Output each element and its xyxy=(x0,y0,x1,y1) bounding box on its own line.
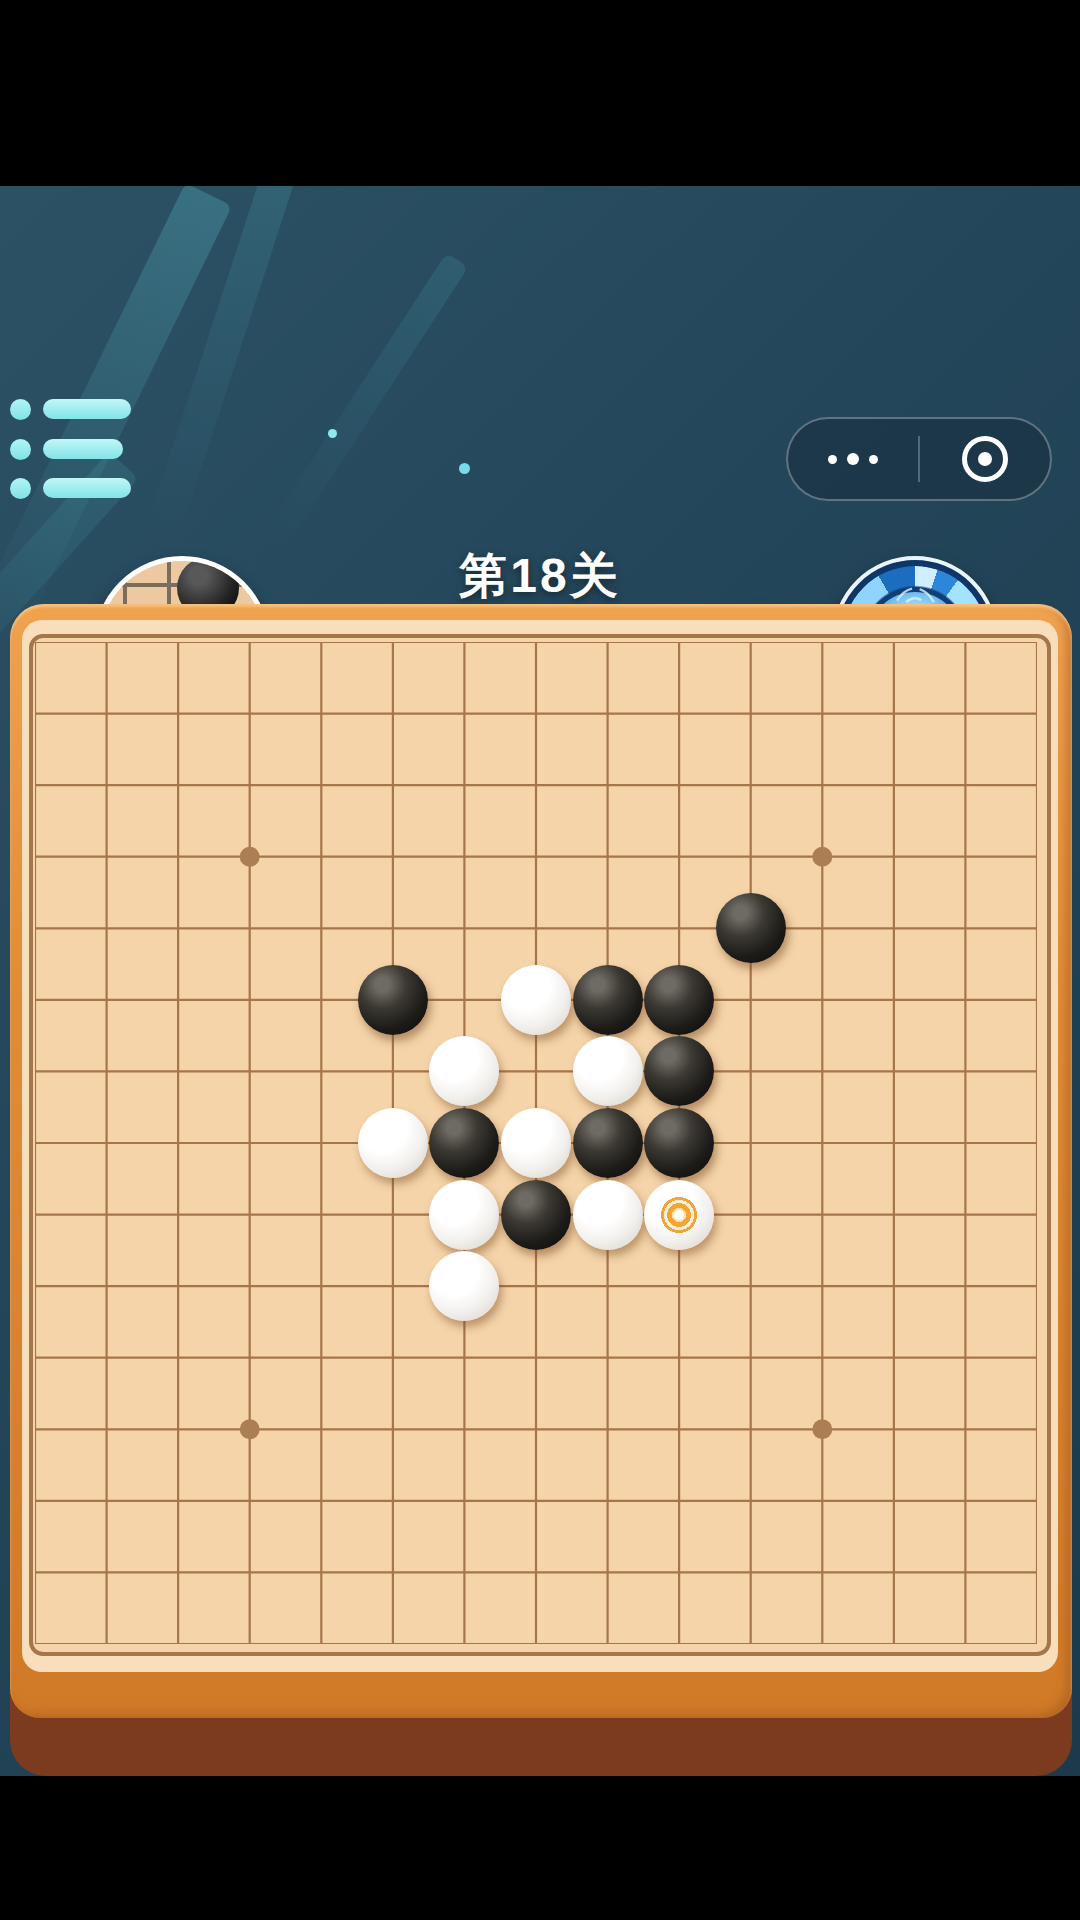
stone-white xyxy=(573,1180,643,1250)
last-move-marker xyxy=(660,1196,698,1234)
more-dots-icon xyxy=(847,453,859,465)
stone-black xyxy=(429,1108,499,1178)
record-circle-icon xyxy=(962,436,1008,482)
board-grid[interactable] xyxy=(35,642,1037,1644)
star-point xyxy=(240,847,260,867)
app-screen: 第18关 TU xyxy=(0,0,1080,1920)
stone-white xyxy=(573,1036,643,1106)
background-dot xyxy=(328,429,337,438)
stone-black xyxy=(358,965,428,1035)
capsule-exit-button[interactable] xyxy=(920,419,1050,499)
menu-dot xyxy=(10,478,31,499)
menu-dot xyxy=(10,399,31,420)
menu-bar xyxy=(43,439,123,459)
menu-bar xyxy=(43,478,131,498)
bottom-black-bar xyxy=(0,1776,1080,1920)
background-dot xyxy=(459,463,470,474)
more-dots-icon xyxy=(869,455,878,464)
stone-black xyxy=(644,1108,714,1178)
star-point xyxy=(812,1419,832,1439)
capsule-more-button[interactable] xyxy=(788,419,918,499)
stone-black xyxy=(716,893,786,963)
menu-dot xyxy=(10,439,31,460)
more-dots-icon xyxy=(828,455,837,464)
stone-black xyxy=(644,965,714,1035)
menu-bar xyxy=(43,399,131,419)
menu-button[interactable] xyxy=(10,394,136,502)
stone-black xyxy=(573,965,643,1035)
stone-white xyxy=(429,1180,499,1250)
star-point xyxy=(812,847,832,867)
top-black-bar xyxy=(0,0,1080,186)
stone-white xyxy=(644,1180,714,1250)
stone-black xyxy=(573,1108,643,1178)
star-point xyxy=(240,1419,260,1439)
stone-black xyxy=(501,1180,571,1250)
stone-white xyxy=(501,965,571,1035)
stone-white xyxy=(358,1108,428,1178)
wechat-capsule xyxy=(786,417,1052,501)
stone-white xyxy=(501,1108,571,1178)
